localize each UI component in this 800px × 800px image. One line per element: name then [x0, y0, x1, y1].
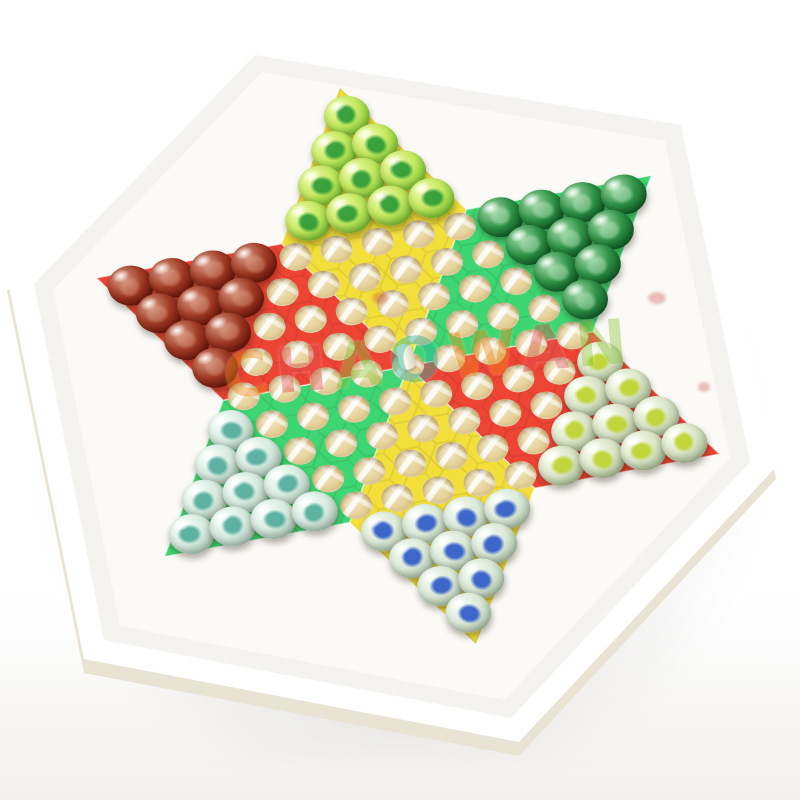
watermark-doodle [372, 292, 388, 304]
watermark-doodle [698, 382, 710, 392]
product-photo-scene: CHAOWAN [0, 0, 800, 800]
watermark-doodle [648, 292, 666, 304]
